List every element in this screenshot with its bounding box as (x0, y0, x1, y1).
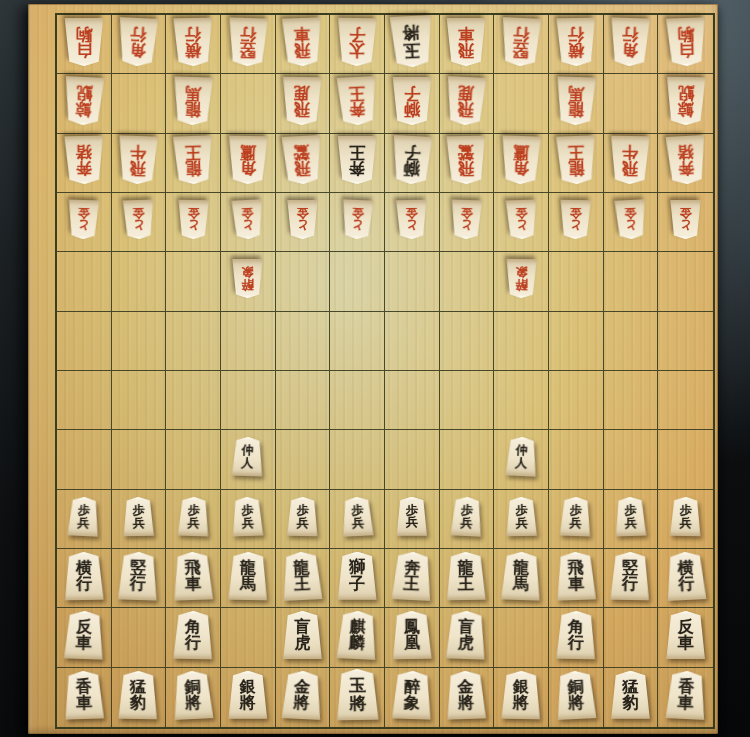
square-r4-f6[interactable]: と金 (330, 193, 385, 252)
square-r11-f2[interactable] (112, 608, 167, 667)
koma-wrapper: 竪行 (609, 551, 652, 600)
square-r7-f8[interactable] (440, 371, 495, 430)
koma-flying-stag-gote[interactable]: 飛鹿 (444, 76, 488, 126)
square-r5-f11[interactable] (604, 252, 659, 311)
square-r12-f10[interactable]: 銅將 (549, 668, 604, 727)
koma-dragon-king-sente[interactable]: 龍王 (445, 551, 488, 600)
square-r6-f12[interactable] (658, 312, 713, 371)
square-r6-f11[interactable] (604, 312, 659, 371)
square-r8-f12[interactable] (658, 430, 713, 489)
square-r11-f9[interactable] (494, 608, 549, 667)
koma-soaring-eagle-gote[interactable]: 飛鷲 (280, 135, 324, 185)
koma-wrapper: と金 (67, 200, 101, 240)
square-r12-f12[interactable]: 香車 (658, 668, 713, 727)
koma-kanji: 車 (678, 635, 694, 651)
square-r8-f1[interactable] (57, 430, 112, 489)
koma-vertical-mover-sente[interactable]: 竪行 (609, 551, 652, 600)
square-r12-f7[interactable]: 醉象 (385, 668, 440, 727)
koma-wrapper: 銅將 (171, 670, 215, 720)
koma-side-mover-sente[interactable]: 横行 (62, 551, 105, 600)
square-r2-f5[interactable]: 飛鹿 (276, 74, 331, 133)
square-r4-f2[interactable]: と金 (112, 193, 167, 252)
square-r11-f10[interactable]: 角行 (549, 608, 604, 667)
koma-kanji: 子 (404, 85, 420, 101)
koma-tokin-gote[interactable]: と金 (395, 200, 429, 240)
square-r4-f9[interactable]: と金 (494, 193, 549, 252)
koma-pawn-sente[interactable]: 歩兵 (176, 496, 210, 536)
square-r2-f3[interactable]: 龍馬 (166, 74, 221, 133)
square-r7-f7[interactable] (385, 371, 440, 430)
koma-go-between-sente[interactable]: 仲人 (231, 437, 265, 477)
koma-kanji: 王 (185, 144, 202, 161)
square-r2-f12[interactable]: 鯨鯢 (658, 74, 713, 133)
koma-bishop-sente[interactable]: 角行 (554, 611, 597, 660)
koma-tokin-gote[interactable]: と金 (613, 199, 648, 240)
koma-kanji: 奔 (349, 160, 365, 176)
square-r1-f1[interactable]: 白駒 (57, 15, 112, 74)
koma-reverse-chariot-sente[interactable]: 反車 (665, 611, 707, 659)
square-r1-f6[interactable]: 太子 (330, 15, 385, 74)
square-r9-f12[interactable]: 歩兵 (658, 490, 713, 549)
koma-wrapper: 反車 (665, 611, 707, 659)
square-r7-f12[interactable] (658, 371, 713, 430)
koma-bishop-sente[interactable]: 角行 (172, 611, 215, 660)
square-r9-f5[interactable]: 歩兵 (276, 490, 331, 549)
koma-wrapper: 歩兵 (231, 496, 265, 536)
square-r3-f11[interactable]: 飛牛 (604, 134, 659, 193)
koma-wrapper: 龍馬 (226, 551, 269, 600)
koma-tokin-gote[interactable]: と金 (504, 200, 538, 240)
square-r9-f3[interactable]: 歩兵 (166, 490, 221, 549)
koma-side-mover-gote[interactable]: 横行 (554, 17, 597, 66)
square-r8-f2[interactable] (112, 430, 167, 489)
square-r10-f4[interactable]: 龍馬 (221, 549, 276, 608)
koma-tokin-gote[interactable]: と金 (286, 200, 319, 239)
koma-dragon-king-gote[interactable]: 龍王 (171, 136, 214, 185)
square-r6-f3[interactable] (166, 312, 221, 371)
square-r9-f7[interactable]: 歩兵 (385, 490, 440, 549)
koma-dragon-horse-sente[interactable]: 龍馬 (226, 551, 269, 600)
square-r7-f11[interactable] (604, 371, 659, 430)
koma-horned-falcon-gote[interactable]: 角鷹 (499, 136, 542, 185)
square-r3-f7[interactable]: 獅子 (385, 134, 440, 193)
koma-wrapper: 竪行 (226, 17, 269, 66)
square-r2-f2[interactable] (112, 74, 167, 133)
square-r6-f2[interactable] (112, 312, 167, 371)
koma-rook-gote[interactable]: 飛車 (445, 18, 487, 66)
square-r11-f3[interactable]: 角行 (166, 608, 221, 667)
square-r4-f12[interactable]: と金 (658, 193, 713, 252)
koma-horned-falcon-gote[interactable]: 角鷹 (226, 136, 269, 185)
koma-dragon-horse-gote[interactable]: 龍馬 (554, 76, 597, 125)
square-r5-f9[interactable]: 醉象 (494, 252, 549, 311)
square-r12-f8[interactable]: 金將 (440, 668, 495, 727)
koma-kanji: 鯢 (76, 84, 93, 101)
koma-vertical-mover-sente[interactable]: 竪行 (117, 551, 160, 600)
koma-kanji: 車 (76, 695, 93, 712)
koma-flying-ox-gote[interactable]: 飛牛 (117, 136, 160, 185)
square-r7-f3[interactable] (166, 371, 221, 430)
square-r4-f5[interactable]: と金 (276, 193, 331, 252)
square-r12-f2[interactable]: 猛豹 (112, 668, 167, 727)
koma-side-mover-gote[interactable]: 横行 (172, 17, 215, 66)
square-r6-f10[interactable] (549, 312, 604, 371)
koma-drunk-elephant-gote[interactable]: 醉象 (231, 259, 264, 298)
square-r1-f11[interactable]: 角行 (604, 15, 659, 74)
koma-kanji: 歩 (680, 504, 692, 516)
square-r6-f7[interactable] (385, 312, 440, 371)
square-r1-f7[interactable]: 玉將 (385, 15, 440, 74)
square-r7-f9[interactable] (494, 371, 549, 430)
square-r7-f4[interactable] (221, 371, 276, 430)
square-r12-f5[interactable]: 金將 (276, 668, 331, 727)
square-r5-f6[interactable] (330, 252, 385, 311)
koma-pawn-sente[interactable]: 歩兵 (613, 496, 647, 536)
square-r8-f11[interactable] (604, 430, 659, 489)
square-r9-f11[interactable]: 歩兵 (604, 490, 659, 549)
koma-flying-ox-gote[interactable]: 飛牛 (609, 136, 652, 185)
koma-copper-general-sente[interactable]: 銅將 (554, 670, 598, 720)
square-r4-f10[interactable]: と金 (549, 193, 604, 252)
koma-kanji: 將 (568, 694, 585, 711)
square-r8-f3[interactable] (166, 430, 221, 489)
square-r1-f5[interactable]: 飛車 (276, 15, 331, 74)
koma-pawn-sente[interactable]: 歩兵 (231, 496, 265, 536)
square-r4-f8[interactable]: と金 (440, 193, 495, 252)
koma-tokin-gote[interactable]: と金 (121, 200, 155, 240)
koma-kanji: 將 (185, 694, 202, 711)
square-r7-f1[interactable] (57, 371, 112, 430)
koma-pawn-sente[interactable]: 歩兵 (340, 496, 375, 537)
koma-king-sente[interactable]: 玉將 (334, 669, 380, 721)
koma-kanji: 歩 (406, 504, 418, 516)
square-r11-f5[interactable]: 盲虎 (276, 608, 331, 667)
square-r12-f6[interactable]: 玉將 (330, 668, 385, 727)
square-r8-f5[interactable] (276, 430, 331, 489)
square-r9-f8[interactable]: 歩兵 (440, 490, 495, 549)
square-r8-f8[interactable] (440, 430, 495, 489)
square-r8-f10[interactable] (549, 430, 604, 489)
square-r1-f4[interactable]: 竪行 (221, 15, 276, 74)
square-r1-f3[interactable]: 横行 (166, 15, 221, 74)
koma-kanji: 金 (241, 207, 254, 220)
koma-white-horse-gote[interactable]: 白駒 (63, 18, 105, 66)
square-r12-f4[interactable]: 銀將 (221, 668, 276, 727)
square-r10-f6[interactable]: 獅子 (330, 549, 385, 608)
square-r9-f9[interactable]: 歩兵 (494, 490, 549, 549)
square-r3-f8[interactable]: 飛鷲 (440, 134, 495, 193)
koma-wrapper: 飛鹿 (281, 77, 324, 126)
koma-tokin-gote[interactable]: と金 (669, 200, 702, 239)
koma-wrapper: 鳳凰 (390, 611, 433, 660)
square-r2-f9[interactable] (494, 74, 549, 133)
koma-wrapper: 歩兵 (286, 497, 320, 537)
square-r10-f11[interactable]: 竪行 (604, 549, 659, 608)
koma-lion-gote[interactable]: 獅子 (390, 135, 434, 185)
square-r6-f6[interactable] (330, 312, 385, 371)
koma-silver-general-sente[interactable]: 銀將 (500, 670, 543, 719)
koma-wrapper: 醉象 (504, 259, 538, 299)
koma-side-mover-sente[interactable]: 横行 (664, 551, 708, 601)
koma-wrapper: 歩兵 (395, 497, 428, 536)
square-r2-f7[interactable]: 獅子 (385, 74, 440, 133)
koma-vertical-mover-gote[interactable]: 竪行 (499, 17, 543, 67)
koma-blind-tiger-sente[interactable]: 盲虎 (281, 611, 323, 659)
koma-tokin-gote[interactable]: と金 (559, 200, 593, 240)
koma-wrapper: 香車 (664, 670, 708, 720)
koma-wrapper: と金 (176, 200, 210, 240)
koma-dragon-horse-gote[interactable]: 龍馬 (171, 76, 214, 125)
koma-whale-gote[interactable]: 鯨鯢 (664, 77, 707, 126)
square-r8-f9[interactable]: 仲人 (494, 430, 549, 489)
koma-crown-prince-gote[interactable]: 太子 (336, 17, 379, 66)
koma-kanji: 兵 (296, 516, 308, 528)
square-r3-f3[interactable]: 龍王 (166, 134, 221, 193)
square-r10-f1[interactable]: 横行 (57, 549, 112, 608)
koma-kanji: 金 (351, 207, 364, 220)
square-r5-f4[interactable]: 醉象 (221, 252, 276, 311)
koma-kanji: 醉 (242, 279, 254, 291)
koma-wrapper: 金將 (445, 670, 488, 719)
koma-kanji: 虎 (458, 635, 475, 652)
koma-wrapper: 龍馬 (499, 551, 542, 600)
square-r2-f10[interactable]: 龍馬 (549, 74, 604, 133)
square-r5-f12[interactable] (658, 252, 713, 311)
koma-silver-general-sente[interactable]: 銀將 (227, 671, 269, 719)
square-r5-f7[interactable] (385, 252, 440, 311)
koma-free-king-gote[interactable]: 奔王 (335, 76, 379, 126)
square-r1-f10[interactable]: 横行 (549, 15, 604, 74)
koma-kanji: 凰 (404, 635, 420, 652)
koma-dragon-horse-sente[interactable]: 龍馬 (499, 551, 542, 600)
square-r7-f5[interactable] (276, 371, 331, 430)
square-r7-f2[interactable] (112, 371, 167, 430)
koma-pawn-sente[interactable]: 歩兵 (122, 497, 156, 537)
square-r1-f12[interactable]: 白駒 (658, 15, 713, 74)
square-r10-f9[interactable]: 龍馬 (494, 549, 549, 608)
square-r1-f8[interactable]: 飛車 (440, 15, 495, 74)
koma-kanji: 行 (240, 25, 257, 42)
square-r3-f9[interactable]: 角鷹 (494, 134, 549, 193)
koma-kanji: 玉 (403, 41, 421, 59)
koma-wrapper: 奔猪 (62, 136, 105, 185)
square-r11-f1[interactable]: 反車 (57, 608, 112, 667)
square-r4-f4[interactable]: と金 (221, 193, 276, 252)
koma-pawn-sente[interactable]: 歩兵 (395, 497, 428, 536)
square-r2-f4[interactable] (221, 74, 276, 133)
koma-lion-gote[interactable]: 獅子 (391, 77, 433, 125)
square-r10-f2[interactable]: 竪行 (112, 549, 167, 608)
koma-white-horse-gote[interactable]: 白駒 (664, 17, 707, 66)
koma-drunk-elephant-sente[interactable]: 醉象 (390, 670, 433, 719)
square-r6-f4[interactable] (221, 312, 276, 371)
koma-kirin-sente[interactable]: 麒麟 (335, 610, 379, 660)
square-r3-f1[interactable]: 奔猪 (57, 134, 112, 193)
square-r5-f2[interactable] (112, 252, 167, 311)
square-r12-f3[interactable]: 銅將 (166, 668, 221, 727)
square-r6-f1[interactable] (57, 312, 112, 371)
square-r10-f8[interactable]: 龍王 (440, 549, 495, 608)
square-r11-f6[interactable]: 麒麟 (330, 608, 385, 667)
koma-whale-gote[interactable]: 鯨鯢 (62, 76, 106, 126)
koma-kanji: 行 (185, 635, 201, 652)
koma-pawn-sente[interactable]: 歩兵 (669, 497, 703, 537)
square-r3-f2[interactable]: 飛牛 (112, 134, 167, 193)
square-r4-f11[interactable]: と金 (604, 193, 659, 252)
square-r7-f10[interactable] (549, 371, 604, 430)
square-r9-f4[interactable]: 歩兵 (221, 490, 276, 549)
square-r8-f6[interactable] (330, 430, 385, 489)
square-r6-f5[interactable] (276, 312, 331, 371)
square-r4-f3[interactable]: と金 (166, 193, 221, 252)
koma-kanji: 歩 (515, 504, 527, 516)
koma-drunk-elephant-gote[interactable]: 醉象 (504, 259, 538, 299)
square-r3-f10[interactable]: 龍王 (549, 134, 604, 193)
square-r2-f11[interactable] (604, 74, 659, 133)
koma-free-boar-gote[interactable]: 奔猪 (62, 136, 105, 185)
koma-kanji: 馬 (568, 84, 585, 101)
koma-tokin-gote[interactable]: と金 (176, 200, 210, 240)
koma-dragon-king-gote[interactable]: 龍王 (554, 136, 597, 185)
koma-wrapper: 香車 (62, 670, 105, 719)
square-r10-f3[interactable]: 飛車 (166, 549, 221, 608)
koma-flying-stag-gote[interactable]: 飛鹿 (281, 77, 324, 126)
square-r3-f4[interactable]: 角鷹 (221, 134, 276, 193)
koma-kanji: 歩 (460, 504, 473, 517)
square-r9-f6[interactable]: 歩兵 (330, 490, 385, 549)
koma-kanji: 龍 (185, 160, 202, 177)
koma-pawn-sente[interactable]: 歩兵 (559, 496, 593, 536)
koma-kanji: 車 (294, 25, 311, 42)
koma-wrapper: 玉將 (334, 669, 380, 721)
koma-king-gote[interactable]: 玉將 (388, 15, 435, 68)
square-r2-f6[interactable]: 奔王 (330, 74, 385, 133)
square-r12-f11[interactable]: 猛豹 (604, 668, 659, 727)
square-r8-f4[interactable]: 仲人 (221, 430, 276, 489)
koma-wrapper: 歩兵 (559, 496, 593, 536)
koma-gold-general-sente[interactable]: 金將 (280, 670, 324, 720)
koma-go-between-sente[interactable]: 仲人 (504, 437, 539, 478)
square-r2-f8[interactable]: 飛鹿 (440, 74, 495, 133)
koma-soaring-eagle-gote[interactable]: 飛鷲 (445, 136, 488, 185)
koma-reverse-chariot-sente[interactable]: 反車 (62, 610, 105, 659)
koma-free-king-sente[interactable]: 奔王 (390, 551, 434, 601)
square-r5-f5[interactable] (276, 252, 331, 311)
koma-lance-sente[interactable]: 香車 (62, 670, 105, 719)
square-r10-f10[interactable]: 飛車 (549, 549, 604, 608)
koma-vertical-mover-gote[interactable]: 竪行 (226, 17, 269, 66)
square-r11-f7[interactable]: 鳳凰 (385, 608, 440, 667)
koma-kanji: 子 (349, 25, 365, 42)
koma-rook-sente[interactable]: 飛車 (171, 551, 214, 600)
square-r6-f8[interactable] (440, 312, 495, 371)
koma-kanji: 將 (294, 694, 311, 711)
koma-kanji: 金 (187, 207, 199, 219)
square-r1-f2[interactable]: 角行 (112, 15, 167, 74)
koma-bishop-gote[interactable]: 角行 (116, 17, 160, 67)
koma-kanji: 飛 (458, 42, 474, 58)
square-r7-f6[interactable] (330, 371, 385, 430)
square-r3-f12[interactable]: 奔猪 (658, 134, 713, 193)
square-r11-f4[interactable] (221, 608, 276, 667)
koma-pawn-sente[interactable]: 歩兵 (286, 497, 320, 537)
square-r9-f2[interactable]: 歩兵 (112, 490, 167, 549)
square-r1-f9[interactable]: 竪行 (494, 15, 549, 74)
koma-pawn-sente[interactable]: 歩兵 (504, 497, 538, 537)
koma-kanji: 行 (622, 25, 639, 42)
koma-tokin-gote[interactable]: と金 (230, 199, 265, 240)
koma-pawn-sente[interactable]: 歩兵 (66, 496, 101, 537)
square-r10-f12[interactable]: 横行 (658, 549, 713, 608)
koma-phoenix-sente[interactable]: 鳳凰 (390, 611, 433, 660)
square-r5-f10[interactable] (549, 252, 604, 311)
square-r9-f10[interactable]: 歩兵 (549, 490, 604, 549)
square-r4-f1[interactable]: と金 (57, 193, 112, 252)
koma-wrapper: と金 (286, 200, 319, 239)
square-r6-f9[interactable] (494, 312, 549, 371)
koma-free-king-gote[interactable]: 奔王 (336, 136, 378, 184)
koma-wrapper: 白駒 (63, 18, 105, 66)
koma-bishop-gote[interactable]: 角行 (609, 17, 652, 66)
koma-blind-tiger-sente[interactable]: 盲虎 (445, 610, 488, 659)
koma-kanji: 獅 (404, 101, 420, 117)
koma-gold-general-sente[interactable]: 金將 (445, 670, 488, 719)
square-r4-f7[interactable]: と金 (385, 193, 440, 252)
square-r3-f6[interactable]: 奔王 (330, 134, 385, 193)
square-r5-f8[interactable] (440, 252, 495, 311)
koma-tokin-gote[interactable]: と金 (67, 200, 101, 240)
koma-copper-general-sente[interactable]: 銅將 (171, 670, 215, 720)
koma-kanji: 行 (568, 635, 584, 652)
koma-dragon-king-sente[interactable]: 龍王 (280, 551, 324, 601)
square-r8-f7[interactable] (385, 430, 440, 489)
square-r12-f1[interactable]: 香車 (57, 668, 112, 727)
koma-lion-sente[interactable]: 獅子 (336, 552, 378, 600)
koma-wrapper: 角行 (554, 611, 597, 660)
koma-ferocious-leopard-sente[interactable]: 猛豹 (609, 671, 651, 719)
koma-kanji: 將 (458, 695, 475, 712)
koma-wrapper: 横行 (172, 17, 215, 66)
koma-lance-sente[interactable]: 香車 (664, 670, 708, 720)
koma-ferocious-leopard-sente[interactable]: 猛豹 (117, 670, 160, 719)
koma-wrapper: 飛鷲 (280, 135, 324, 185)
square-r9-f1[interactable]: 歩兵 (57, 490, 112, 549)
koma-wrapper: 醉象 (231, 259, 264, 298)
square-r12-f9[interactable]: 銀將 (494, 668, 549, 727)
koma-kanji: 馬 (513, 575, 530, 592)
koma-tokin-gote[interactable]: と金 (340, 199, 375, 240)
square-r10-f7[interactable]: 奔王 (385, 549, 440, 608)
koma-wrapper: 銀將 (227, 671, 269, 719)
square-r2-f1[interactable]: 鯨鯢 (57, 74, 112, 133)
koma-wrapper: と金 (669, 200, 702, 239)
square-r5-f1[interactable] (57, 252, 112, 311)
koma-rook-gote[interactable]: 飛車 (281, 17, 324, 66)
koma-rook-sente[interactable]: 飛車 (554, 551, 597, 600)
koma-tokin-gote[interactable]: と金 (449, 200, 483, 240)
koma-pawn-sente[interactable]: 歩兵 (449, 496, 484, 537)
koma-free-boar-gote[interactable]: 奔猪 (664, 135, 708, 185)
koma-kanji: 象 (403, 695, 420, 712)
square-r3-f5[interactable]: 飛鷲 (276, 134, 331, 193)
koma-kanji: 車 (185, 575, 202, 592)
koma-kanji: 獅 (403, 160, 420, 177)
square-r10-f5[interactable]: 龍王 (276, 549, 331, 608)
square-r5-f3[interactable] (166, 252, 221, 311)
square-r11-f8[interactable]: 盲虎 (440, 608, 495, 667)
square-r11-f12[interactable]: 反車 (658, 608, 713, 667)
square-r11-f11[interactable] (604, 608, 659, 667)
